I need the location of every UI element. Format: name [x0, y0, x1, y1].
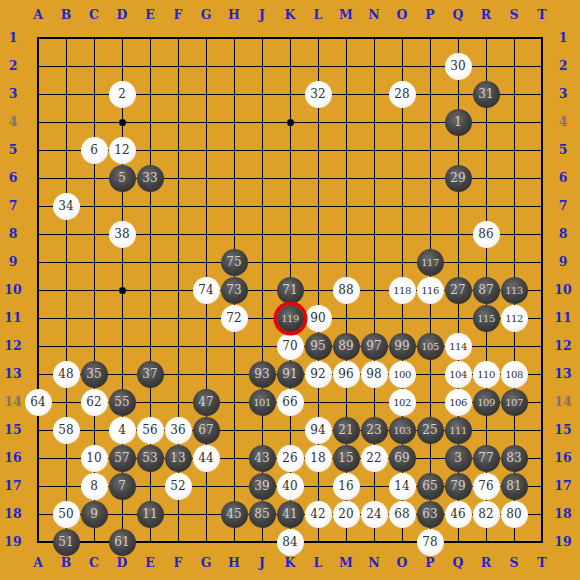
coord-bottom-C: C — [81, 555, 107, 571]
stone-white-102[interactable]: 102 — [389, 389, 416, 416]
stone-black-105[interactable]: 105 — [417, 333, 444, 360]
coord-bottom-A: A — [25, 555, 51, 571]
stone-black-53[interactable]: 53 — [137, 445, 164, 472]
coord-left-1: 1 — [0, 30, 26, 46]
stone-white-34[interactable]: 34 — [53, 193, 80, 220]
star-point-D4 — [119, 119, 126, 126]
stone-black-11[interactable]: 11 — [137, 501, 164, 528]
stone-white-110[interactable]: 110 — [473, 361, 500, 388]
stone-white-76[interactable]: 76 — [473, 473, 500, 500]
stone-black-87[interactable]: 87 — [473, 277, 500, 304]
stone-black-35[interactable]: 35 — [81, 361, 108, 388]
coord-bottom-K: K — [277, 555, 303, 571]
coord-bottom-O: O — [389, 555, 415, 571]
coord-right-14: 14 — [550, 394, 576, 410]
stone-white-56[interactable]: 56 — [137, 417, 164, 444]
stone-black-109[interactable]: 109 — [473, 389, 500, 416]
coord-left-16: 16 — [0, 450, 26, 466]
stone-black-57[interactable]: 57 — [109, 445, 136, 472]
stone-black-55[interactable]: 55 — [109, 389, 136, 416]
coord-left-7: 7 — [0, 198, 26, 214]
stone-black-97[interactable]: 97 — [361, 333, 388, 360]
stone-black-75[interactable]: 75 — [221, 249, 248, 276]
stone-black-79[interactable]: 79 — [445, 473, 472, 500]
coord-right-9: 9 — [550, 254, 576, 270]
stone-white-2[interactable]: 2 — [109, 81, 136, 108]
stone-black-23[interactable]: 23 — [361, 417, 388, 444]
coord-left-12: 12 — [0, 338, 26, 354]
stone-white-106[interactable]: 106 — [445, 389, 472, 416]
stone-black-89[interactable]: 89 — [333, 333, 360, 360]
coord-left-6: 6 — [0, 170, 26, 186]
stone-black-81[interactable]: 81 — [501, 473, 528, 500]
coord-bottom-D: D — [109, 555, 135, 571]
stone-white-62[interactable]: 62 — [81, 389, 108, 416]
coord-top-C: C — [81, 7, 107, 23]
stone-white-4[interactable]: 4 — [109, 417, 136, 444]
coord-left-15: 15 — [0, 422, 26, 438]
stone-white-6[interactable]: 6 — [81, 137, 108, 164]
coord-bottom-M: M — [333, 555, 359, 571]
coord-bottom-S: S — [501, 555, 527, 571]
coord-right-5: 5 — [550, 142, 576, 158]
coord-top-D: D — [109, 7, 135, 23]
stone-white-78[interactable]: 78 — [417, 529, 444, 556]
stone-black-51[interactable]: 51 — [53, 529, 80, 556]
stone-white-44[interactable]: 44 — [193, 445, 220, 472]
coord-left-2: 2 — [0, 58, 26, 74]
coord-bottom-H: H — [221, 555, 247, 571]
grid-vline — [541, 37, 543, 543]
coord-top-R: R — [473, 7, 499, 23]
stone-black-47[interactable]: 47 — [193, 389, 220, 416]
coord-bottom-T: T — [529, 555, 555, 571]
stone-black-33[interactable]: 33 — [137, 165, 164, 192]
stone-black-73[interactable]: 73 — [221, 277, 248, 304]
coord-top-G: G — [193, 7, 219, 23]
coord-left-13: 13 — [0, 366, 26, 382]
coord-right-11: 11 — [550, 310, 576, 326]
coord-bottom-P: P — [417, 555, 443, 571]
stone-white-108[interactable]: 108 — [501, 361, 528, 388]
coord-top-O: O — [389, 7, 415, 23]
stone-white-88[interactable]: 88 — [333, 277, 360, 304]
coord-top-P: P — [417, 7, 443, 23]
stone-black-27[interactable]: 27 — [445, 277, 472, 304]
stone-black-1[interactable]: 1 — [445, 109, 472, 136]
stone-black-7[interactable]: 7 — [109, 473, 136, 500]
coord-left-8: 8 — [0, 226, 26, 242]
stone-white-66[interactable]: 66 — [277, 389, 304, 416]
coord-left-17: 17 — [0, 478, 26, 494]
stone-white-82[interactable]: 82 — [473, 501, 500, 528]
coord-top-A: A — [25, 7, 51, 23]
stone-black-95[interactable]: 95 — [305, 333, 332, 360]
coord-right-4: 4 — [550, 114, 576, 130]
stone-white-90[interactable]: 90 — [305, 305, 332, 332]
stone-white-94[interactable]: 94 — [305, 417, 332, 444]
coord-right-7: 7 — [550, 198, 576, 214]
stone-white-36[interactable]: 36 — [165, 417, 192, 444]
stone-black-111[interactable]: 111 — [445, 417, 472, 444]
stone-white-8[interactable]: 8 — [81, 473, 108, 500]
coord-top-E: E — [137, 7, 163, 23]
coord-left-18: 18 — [0, 506, 26, 522]
go-board[interactable]: 1234567891011121314151618202122232425262… — [24, 24, 556, 556]
stone-white-24[interactable]: 24 — [361, 501, 388, 528]
stone-black-29[interactable]: 29 — [445, 165, 472, 192]
coord-top-Q: Q — [445, 7, 471, 23]
stone-black-65[interactable]: 65 — [417, 473, 444, 500]
stone-black-113[interactable]: 113 — [501, 277, 528, 304]
coord-left-10: 10 — [0, 282, 26, 298]
stone-black-117[interactable]: 117 — [417, 249, 444, 276]
stone-white-84[interactable]: 84 — [277, 529, 304, 556]
coord-bottom-G: G — [193, 555, 219, 571]
stone-white-96[interactable]: 96 — [333, 361, 360, 388]
coord-bottom-L: L — [305, 555, 331, 571]
stone-black-115[interactable]: 115 — [473, 305, 500, 332]
stone-white-46[interactable]: 46 — [445, 501, 472, 528]
stone-white-98[interactable]: 98 — [361, 361, 388, 388]
coord-top-F: F — [165, 7, 191, 23]
coord-left-4: 4 — [0, 114, 26, 130]
stone-black-61[interactable]: 61 — [109, 529, 136, 556]
coord-top-M: M — [333, 7, 359, 23]
stone-white-114[interactable]: 114 — [445, 333, 472, 360]
stone-white-48[interactable]: 48 — [53, 361, 80, 388]
coord-right-15: 15 — [550, 422, 576, 438]
coord-right-17: 17 — [550, 478, 576, 494]
stone-white-100[interactable]: 100 — [389, 361, 416, 388]
stone-black-3[interactable]: 3 — [445, 445, 472, 472]
stone-black-45[interactable]: 45 — [221, 501, 248, 528]
coord-left-19: 19 — [0, 534, 26, 550]
stone-white-38[interactable]: 38 — [109, 221, 136, 248]
coord-top-T: T — [529, 7, 555, 23]
stone-white-70[interactable]: 70 — [277, 333, 304, 360]
coord-right-19: 19 — [550, 534, 576, 550]
coord-right-2: 2 — [550, 58, 576, 74]
coord-top-J: J — [249, 7, 275, 23]
stone-white-116[interactable]: 116 — [417, 277, 444, 304]
coord-left-9: 9 — [0, 254, 26, 270]
coord-left-14: 14 — [0, 394, 26, 410]
stone-white-112[interactable]: 112 — [501, 305, 528, 332]
coord-left-3: 3 — [0, 86, 26, 102]
coord-left-11: 11 — [0, 310, 26, 326]
stone-black-31[interactable]: 31 — [473, 81, 500, 108]
stone-black-67[interactable]: 67 — [193, 417, 220, 444]
stone-black-9[interactable]: 9 — [81, 501, 108, 528]
stone-black-71[interactable]: 71 — [277, 277, 304, 304]
coord-top-B: B — [53, 7, 79, 23]
stone-black-85[interactable]: 85 — [249, 501, 276, 528]
coord-bottom-Q: Q — [445, 555, 471, 571]
stone-white-28[interactable]: 28 — [389, 81, 416, 108]
coord-top-L: L — [305, 7, 331, 23]
coord-right-3: 3 — [550, 86, 576, 102]
coord-bottom-E: E — [137, 555, 163, 571]
stone-black-101[interactable]: 101 — [249, 389, 276, 416]
coord-right-6: 6 — [550, 170, 576, 186]
coord-right-1: 1 — [550, 30, 576, 46]
go-board-diagram: 1234567891011121314151618202122232425262… — [0, 0, 580, 580]
stone-black-77[interactable]: 77 — [473, 445, 500, 472]
coord-left-5: 5 — [0, 142, 26, 158]
star-point-D10 — [119, 287, 126, 294]
stone-white-50[interactable]: 50 — [53, 501, 80, 528]
stone-white-80[interactable]: 80 — [501, 501, 528, 528]
coord-top-H: H — [221, 7, 247, 23]
coord-bottom-N: N — [361, 555, 387, 571]
coord-top-N: N — [361, 7, 387, 23]
stone-white-14[interactable]: 14 — [389, 473, 416, 500]
stone-black-93[interactable]: 93 — [249, 361, 276, 388]
stone-white-30[interactable]: 30 — [445, 53, 472, 80]
coord-right-8: 8 — [550, 226, 576, 242]
stone-white-52[interactable]: 52 — [165, 473, 192, 500]
coord-bottom-B: B — [53, 555, 79, 571]
stone-white-72[interactable]: 72 — [221, 305, 248, 332]
stone-black-37[interactable]: 37 — [137, 361, 164, 388]
star-point-K4 — [287, 119, 294, 126]
stone-black-43[interactable]: 43 — [249, 445, 276, 472]
stone-white-20[interactable]: 20 — [333, 501, 360, 528]
coord-right-13: 13 — [550, 366, 576, 382]
coord-right-12: 12 — [550, 338, 576, 354]
stone-black-63[interactable]: 63 — [417, 501, 444, 528]
coord-bottom-J: J — [249, 555, 275, 571]
stone-white-74[interactable]: 74 — [193, 277, 220, 304]
stone-black-99[interactable]: 99 — [389, 333, 416, 360]
stone-black-103[interactable]: 103 — [389, 417, 416, 444]
stone-white-104[interactable]: 104 — [445, 361, 472, 388]
stone-white-18[interactable]: 18 — [305, 445, 332, 472]
coord-top-K: K — [277, 7, 303, 23]
stone-white-68[interactable]: 68 — [389, 501, 416, 528]
stone-white-16[interactable]: 16 — [333, 473, 360, 500]
coord-right-16: 16 — [550, 450, 576, 466]
stone-black-25[interactable]: 25 — [417, 417, 444, 444]
stone-black-5[interactable]: 5 — [109, 165, 136, 192]
stone-white-118[interactable]: 118 — [389, 277, 416, 304]
stone-black-41[interactable]: 41 — [277, 501, 304, 528]
stone-white-12[interactable]: 12 — [109, 137, 136, 164]
stone-white-22[interactable]: 22 — [361, 445, 388, 472]
stone-black-13[interactable]: 13 — [165, 445, 192, 472]
stone-white-58[interactable]: 58 — [53, 417, 80, 444]
stone-black-119-last-move[interactable]: 119 — [277, 305, 304, 332]
stone-black-91[interactable]: 91 — [277, 361, 304, 388]
coord-bottom-F: F — [165, 555, 191, 571]
coord-bottom-R: R — [473, 555, 499, 571]
stone-black-21[interactable]: 21 — [333, 417, 360, 444]
stone-white-10[interactable]: 10 — [81, 445, 108, 472]
stone-white-40[interactable]: 40 — [277, 473, 304, 500]
stone-white-92[interactable]: 92 — [305, 361, 332, 388]
coord-top-S: S — [501, 7, 527, 23]
stone-black-15[interactable]: 15 — [333, 445, 360, 472]
coord-right-10: 10 — [550, 282, 576, 298]
stone-white-86[interactable]: 86 — [473, 221, 500, 248]
stone-white-32[interactable]: 32 — [305, 81, 332, 108]
stone-black-83[interactable]: 83 — [501, 445, 528, 472]
stone-white-42[interactable]: 42 — [305, 501, 332, 528]
coord-right-18: 18 — [550, 506, 576, 522]
stone-black-39[interactable]: 39 — [249, 473, 276, 500]
stone-white-26[interactable]: 26 — [277, 445, 304, 472]
stone-white-64[interactable]: 64 — [25, 389, 52, 416]
stone-black-107[interactable]: 107 — [501, 389, 528, 416]
stone-black-69[interactable]: 69 — [389, 445, 416, 472]
